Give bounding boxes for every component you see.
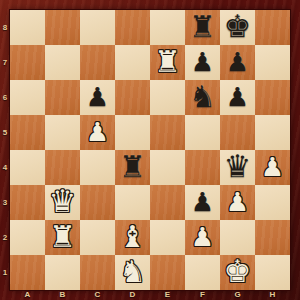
square-d6[interactable] — [115, 80, 150, 115]
square-g5[interactable] — [220, 115, 255, 150]
square-b8[interactable] — [45, 10, 80, 45]
square-h4[interactable]: ♟ — [255, 150, 290, 185]
square-h5[interactable] — [255, 115, 290, 150]
square-g8[interactable]: ♚ — [220, 10, 255, 45]
file-label-g: G — [220, 290, 255, 300]
square-c1[interactable] — [80, 255, 115, 290]
square-e6[interactable] — [150, 80, 185, 115]
file-label-e: E — [150, 290, 185, 300]
square-c8[interactable] — [80, 10, 115, 45]
square-h1[interactable] — [255, 255, 290, 290]
rank-label-3: 3 — [0, 185, 10, 220]
black-pawn-c6[interactable]: ♟ — [86, 84, 109, 110]
square-e4[interactable] — [150, 150, 185, 185]
rank-label-6: 6 — [0, 80, 10, 115]
white-rook-b2[interactable]: ♜ — [49, 222, 76, 252]
black-rook-f8[interactable]: ♜ — [189, 12, 216, 42]
square-f3[interactable]: ♟ — [185, 185, 220, 220]
square-a6[interactable] — [10, 80, 45, 115]
square-g1[interactable]: ♚ — [220, 255, 255, 290]
square-e3[interactable] — [150, 185, 185, 220]
square-a1[interactable] — [10, 255, 45, 290]
chess-diagram: ♜♚♜♟♟♟♞♟♟♜♛♟♛♟♟♜♝♟♞♚ 87654321ABCDEFGH — [0, 0, 300, 300]
white-queen-b3[interactable]: ♛ — [49, 186, 77, 217]
square-d5[interactable] — [115, 115, 150, 150]
square-a5[interactable] — [10, 115, 45, 150]
square-f5[interactable] — [185, 115, 220, 150]
square-d7[interactable] — [115, 45, 150, 80]
square-d8[interactable] — [115, 10, 150, 45]
square-d4[interactable]: ♜ — [115, 150, 150, 185]
square-h7[interactable] — [255, 45, 290, 80]
square-g4[interactable]: ♛ — [220, 150, 255, 185]
square-b7[interactable] — [45, 45, 80, 80]
square-c7[interactable] — [80, 45, 115, 80]
file-label-h: H — [255, 290, 290, 300]
black-queen-g4[interactable]: ♛ — [224, 151, 252, 182]
square-h3[interactable] — [255, 185, 290, 220]
black-knight-f6[interactable]: ♞ — [189, 82, 216, 112]
square-a2[interactable] — [10, 220, 45, 255]
square-a3[interactable] — [10, 185, 45, 220]
file-label-b: B — [45, 290, 80, 300]
square-d2[interactable]: ♝ — [115, 220, 150, 255]
square-g2[interactable] — [220, 220, 255, 255]
square-a4[interactable] — [10, 150, 45, 185]
white-pawn-f2[interactable]: ♟ — [191, 224, 214, 250]
square-c3[interactable] — [80, 185, 115, 220]
square-c6[interactable]: ♟ — [80, 80, 115, 115]
chess-board: ♜♚♜♟♟♟♞♟♟♜♛♟♛♟♟♜♝♟♞♚ — [10, 10, 290, 290]
rank-label-8: 8 — [0, 10, 10, 45]
rank-label-1: 1 — [0, 255, 10, 290]
white-pawn-h4[interactable]: ♟ — [261, 154, 284, 180]
rank-label-2: 2 — [0, 220, 10, 255]
square-d3[interactable] — [115, 185, 150, 220]
square-g7[interactable]: ♟ — [220, 45, 255, 80]
square-f8[interactable]: ♜ — [185, 10, 220, 45]
square-b3[interactable]: ♛ — [45, 185, 80, 220]
square-f1[interactable] — [185, 255, 220, 290]
square-e8[interactable] — [150, 10, 185, 45]
black-pawn-f7[interactable]: ♟ — [191, 49, 214, 75]
square-e5[interactable] — [150, 115, 185, 150]
white-bishop-d2[interactable]: ♝ — [119, 222, 146, 252]
rank-label-4: 4 — [0, 150, 10, 185]
square-e7[interactable]: ♜ — [150, 45, 185, 80]
white-king-g1[interactable]: ♚ — [224, 256, 252, 287]
rank-label-5: 5 — [0, 115, 10, 150]
white-rook-e7[interactable]: ♜ — [154, 47, 181, 77]
square-g3[interactable]: ♟ — [220, 185, 255, 220]
square-e2[interactable] — [150, 220, 185, 255]
file-label-f: F — [185, 290, 220, 300]
square-b6[interactable] — [45, 80, 80, 115]
square-f6[interactable]: ♞ — [185, 80, 220, 115]
square-f2[interactable]: ♟ — [185, 220, 220, 255]
square-c5[interactable]: ♟ — [80, 115, 115, 150]
square-g6[interactable]: ♟ — [220, 80, 255, 115]
square-h6[interactable] — [255, 80, 290, 115]
square-h2[interactable] — [255, 220, 290, 255]
square-d1[interactable]: ♞ — [115, 255, 150, 290]
black-pawn-f3[interactable]: ♟ — [191, 189, 214, 215]
black-rook-d4[interactable]: ♜ — [119, 152, 146, 182]
square-f7[interactable]: ♟ — [185, 45, 220, 80]
square-c2[interactable] — [80, 220, 115, 255]
black-pawn-g7[interactable]: ♟ — [226, 49, 249, 75]
rank-label-7: 7 — [0, 45, 10, 80]
black-king-g8[interactable]: ♚ — [224, 11, 252, 42]
square-b2[interactable]: ♜ — [45, 220, 80, 255]
white-pawn-c5[interactable]: ♟ — [86, 119, 109, 145]
file-label-c: C — [80, 290, 115, 300]
white-knight-d1[interactable]: ♞ — [119, 257, 146, 287]
file-label-a: A — [10, 290, 45, 300]
square-a8[interactable] — [10, 10, 45, 45]
file-label-d: D — [115, 290, 150, 300]
square-c4[interactable] — [80, 150, 115, 185]
square-a7[interactable] — [10, 45, 45, 80]
square-b1[interactable] — [45, 255, 80, 290]
square-e1[interactable] — [150, 255, 185, 290]
black-pawn-g6[interactable]: ♟ — [226, 84, 249, 110]
square-f4[interactable] — [185, 150, 220, 185]
square-b5[interactable] — [45, 115, 80, 150]
square-b4[interactable] — [45, 150, 80, 185]
square-h8[interactable] — [255, 10, 290, 45]
white-pawn-g3[interactable]: ♟ — [226, 189, 249, 215]
